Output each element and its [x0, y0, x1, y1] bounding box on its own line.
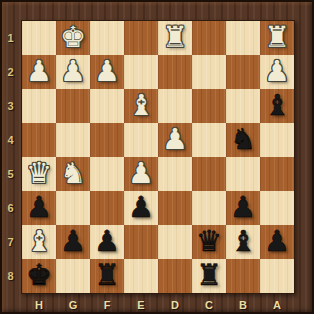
file-label-c: C — [192, 297, 226, 312]
square-c5[interactable] — [192, 157, 226, 191]
square-d8[interactable] — [158, 259, 192, 293]
square-e8[interactable] — [124, 259, 158, 293]
white-queen[interactable]: ♛ — [26, 156, 52, 190]
square-a7[interactable]: ♟ — [260, 225, 294, 259]
rank-label-8: 8 — [0, 259, 21, 293]
square-h2[interactable]: ♟ — [22, 55, 56, 89]
square-b3[interactable] — [226, 89, 260, 123]
square-a5[interactable] — [260, 157, 294, 191]
square-c2[interactable] — [192, 55, 226, 89]
square-c8[interactable]: ♜ — [192, 259, 226, 293]
square-e2[interactable] — [124, 55, 158, 89]
square-d1[interactable]: ♜ — [158, 21, 192, 55]
square-e4[interactable] — [124, 123, 158, 157]
square-d5[interactable] — [158, 157, 192, 191]
square-b1[interactable] — [226, 21, 260, 55]
rank-label-5: 5 — [0, 157, 21, 191]
rank-label-1: 1 — [0, 21, 21, 55]
file-label-h: H — [22, 297, 56, 312]
square-g2[interactable]: ♟ — [56, 55, 90, 89]
square-e5[interactable]: ♟ — [124, 157, 158, 191]
white-rook[interactable]: ♜ — [264, 20, 290, 54]
file-label-d: D — [158, 297, 192, 312]
square-h3[interactable] — [22, 89, 56, 123]
white-bishop[interactable]: ♝ — [128, 88, 154, 122]
square-a8[interactable] — [260, 259, 294, 293]
black-pawn[interactable]: ♟ — [230, 190, 256, 224]
black-pawn[interactable]: ♟ — [26, 190, 52, 224]
square-g7[interactable]: ♟ — [56, 225, 90, 259]
square-h4[interactable] — [22, 123, 56, 157]
file-label-b: B — [226, 297, 260, 312]
square-b8[interactable] — [226, 259, 260, 293]
rank-label-7: 7 — [0, 225, 21, 259]
rank-label-2: 2 — [0, 55, 21, 89]
square-f3[interactable] — [90, 89, 124, 123]
square-e3[interactable]: ♝ — [124, 89, 158, 123]
square-b5[interactable] — [226, 157, 260, 191]
square-f8[interactable]: ♜ — [90, 259, 124, 293]
black-knight[interactable]: ♞ — [230, 122, 256, 156]
black-rook[interactable]: ♜ — [94, 258, 120, 292]
white-knight[interactable]: ♞ — [60, 156, 86, 190]
black-king[interactable]: ♚ — [26, 258, 52, 292]
square-c7[interactable]: ♛ — [192, 225, 226, 259]
white-bishop[interactable]: ♝ — [26, 224, 52, 258]
square-h7[interactable]: ♝ — [22, 225, 56, 259]
white-pawn[interactable]: ♟ — [60, 54, 86, 88]
square-c6[interactable] — [192, 191, 226, 225]
square-h6[interactable]: ♟ — [22, 191, 56, 225]
rank-label-4: 4 — [0, 123, 21, 157]
square-g3[interactable] — [56, 89, 90, 123]
rank-label-3: 3 — [0, 89, 21, 123]
file-label-a: A — [260, 297, 294, 312]
square-g5[interactable]: ♞ — [56, 157, 90, 191]
square-a1[interactable]: ♜ — [260, 21, 294, 55]
white-pawn[interactable]: ♟ — [162, 122, 188, 156]
black-bishop[interactable]: ♝ — [230, 224, 256, 258]
square-c1[interactable] — [192, 21, 226, 55]
square-e6[interactable]: ♟ — [124, 191, 158, 225]
square-g1[interactable]: ♚ — [56, 21, 90, 55]
file-label-e: E — [124, 297, 158, 312]
square-b2[interactable] — [226, 55, 260, 89]
rank-labels: 12345678 — [0, 21, 21, 293]
black-queen[interactable]: ♛ — [196, 224, 222, 258]
square-a4[interactable] — [260, 123, 294, 157]
square-h8[interactable]: ♚ — [22, 259, 56, 293]
white-pawn[interactable]: ♟ — [128, 156, 154, 190]
square-e7[interactable] — [124, 225, 158, 259]
white-rook[interactable]: ♜ — [162, 20, 188, 54]
file-label-f: F — [90, 297, 124, 312]
square-f5[interactable] — [90, 157, 124, 191]
square-f6[interactable] — [90, 191, 124, 225]
square-h1[interactable] — [22, 21, 56, 55]
square-d4[interactable]: ♟ — [158, 123, 192, 157]
square-d6[interactable] — [158, 191, 192, 225]
square-h5[interactable]: ♛ — [22, 157, 56, 191]
black-rook[interactable]: ♜ — [196, 258, 222, 292]
square-c4[interactable] — [192, 123, 226, 157]
white-pawn[interactable]: ♟ — [264, 54, 290, 88]
rank-label-6: 6 — [0, 191, 21, 225]
black-pawn[interactable]: ♟ — [60, 224, 86, 258]
square-a2[interactable]: ♟ — [260, 55, 294, 89]
square-b4[interactable]: ♞ — [226, 123, 260, 157]
square-f4[interactable] — [90, 123, 124, 157]
white-king[interactable]: ♚ — [60, 20, 86, 54]
square-g8[interactable] — [56, 259, 90, 293]
square-a6[interactable] — [260, 191, 294, 225]
square-f7[interactable]: ♟ — [90, 225, 124, 259]
square-e1[interactable] — [124, 21, 158, 55]
square-f2[interactable]: ♟ — [90, 55, 124, 89]
square-d3[interactable] — [158, 89, 192, 123]
chess-board: ♚♜♜♟♟♟♟♝♝♟♞♛♞♟♟♟♟♝♟♟♛♝♟♚♜♜ — [21, 20, 295, 294]
square-c3[interactable] — [192, 89, 226, 123]
square-b7[interactable]: ♝ — [226, 225, 260, 259]
white-pawn[interactable]: ♟ — [94, 54, 120, 88]
white-pawn[interactable]: ♟ — [26, 54, 52, 88]
black-pawn[interactable]: ♟ — [94, 224, 120, 258]
square-g4[interactable] — [56, 123, 90, 157]
file-label-g: G — [56, 297, 90, 312]
board-frame: 12345678 HGFEDCBA ♚♜♜♟♟♟♟♝♝♟♞♛♞♟♟♟♟♝♟♟♛♝… — [0, 0, 314, 314]
square-f1[interactable] — [90, 21, 124, 55]
black-pawn[interactable]: ♟ — [128, 190, 154, 224]
black-pawn[interactable]: ♟ — [264, 224, 290, 258]
file-labels: HGFEDCBA — [22, 297, 294, 312]
square-g6[interactable] — [56, 191, 90, 225]
square-a3[interactable]: ♝ — [260, 89, 294, 123]
square-d7[interactable] — [158, 225, 192, 259]
square-d2[interactable] — [158, 55, 192, 89]
square-b6[interactable]: ♟ — [226, 191, 260, 225]
black-bishop[interactable]: ♝ — [264, 88, 290, 122]
